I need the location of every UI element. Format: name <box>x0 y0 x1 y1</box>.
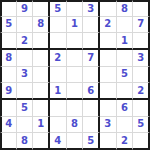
cell-r6c1[interactable]: 9 <box>0 83 17 100</box>
cell-r4c1[interactable]: 8 <box>0 50 17 67</box>
cell-r2c5[interactable]: 1 <box>67 17 84 34</box>
cell-r7c2[interactable]: 5 <box>17 100 34 117</box>
cell-r6c2[interactable] <box>17 83 34 100</box>
cell-r7c5[interactable] <box>67 100 84 117</box>
cell-r5c3[interactable] <box>33 67 50 84</box>
cell-r2c7[interactable]: 2 <box>100 17 117 34</box>
cell-r7c6[interactable] <box>83 100 100 117</box>
cell-r8c1[interactable]: 4 <box>0 117 17 134</box>
cell-r4c5[interactable] <box>67 50 84 67</box>
cell-r1c3[interactable] <box>33 0 50 17</box>
cell-r6c4[interactable]: 1 <box>50 83 67 100</box>
cell-r1c1[interactable] <box>0 0 17 17</box>
cell-r6c3[interactable] <box>33 83 50 100</box>
cell-r8c6[interactable] <box>83 117 100 134</box>
cell-r9c2[interactable]: 8 <box>17 133 34 150</box>
cell-r4c4[interactable]: 2 <box>50 50 67 67</box>
cell-r3c5[interactable] <box>67 33 84 50</box>
cell-r2c8[interactable] <box>117 17 134 34</box>
cell-r6c6[interactable]: 6 <box>83 83 100 100</box>
cell-r7c3[interactable] <box>33 100 50 117</box>
cell-r7c4[interactable] <box>50 100 67 117</box>
cell-r9c3[interactable] <box>33 133 50 150</box>
cell-r9c7[interactable] <box>100 133 117 150</box>
cell-r5c9[interactable] <box>133 67 150 84</box>
cell-r4c7[interactable] <box>100 50 117 67</box>
cell-r5c2[interactable]: 3 <box>17 67 34 84</box>
cell-r1c5[interactable] <box>67 0 84 17</box>
cell-r1c9[interactable] <box>133 0 150 17</box>
cell-r6c8[interactable] <box>117 83 134 100</box>
cell-r8c3[interactable]: 1 <box>33 117 50 134</box>
cell-r8c4[interactable] <box>50 117 67 134</box>
cell-r9c1[interactable] <box>0 133 17 150</box>
cell-r8c9[interactable]: 5 <box>133 117 150 134</box>
cell-r4c9[interactable]: 3 <box>133 50 150 67</box>
cell-r9c9[interactable] <box>133 133 150 150</box>
sudoku-board: 95385812721827335916256418358452 <box>0 0 150 150</box>
cell-r2c4[interactable] <box>50 17 67 34</box>
cell-r9c6[interactable]: 5 <box>83 133 100 150</box>
cell-r3c1[interactable] <box>0 33 17 50</box>
cell-r3c6[interactable] <box>83 33 100 50</box>
cell-r2c1[interactable]: 5 <box>0 17 17 34</box>
cell-r1c4[interactable]: 5 <box>50 0 67 17</box>
cell-r3c4[interactable] <box>50 33 67 50</box>
cell-r5c4[interactable] <box>50 67 67 84</box>
cell-r4c2[interactable] <box>17 50 34 67</box>
cell-r4c8[interactable] <box>117 50 134 67</box>
cell-r5c5[interactable] <box>67 67 84 84</box>
cell-r1c8[interactable]: 8 <box>117 0 134 17</box>
cell-r5c1[interactable] <box>0 67 17 84</box>
cell-r3c7[interactable] <box>100 33 117 50</box>
cell-r8c2[interactable] <box>17 117 34 134</box>
cell-r2c6[interactable] <box>83 17 100 34</box>
cell-r7c7[interactable] <box>100 100 117 117</box>
cell-r2c3[interactable]: 8 <box>33 17 50 34</box>
cell-r8c8[interactable] <box>117 117 134 134</box>
cell-r5c6[interactable] <box>83 67 100 84</box>
cell-r7c1[interactable] <box>0 100 17 117</box>
cell-r5c8[interactable]: 5 <box>117 67 134 84</box>
cell-r4c6[interactable]: 7 <box>83 50 100 67</box>
cell-r4c3[interactable] <box>33 50 50 67</box>
cell-r3c8[interactable]: 1 <box>117 33 134 50</box>
cell-r2c9[interactable]: 7 <box>133 17 150 34</box>
cell-r8c7[interactable]: 3 <box>100 117 117 134</box>
cell-r2c2[interactable] <box>17 17 34 34</box>
cell-r7c8[interactable]: 6 <box>117 100 134 117</box>
cell-r9c5[interactable] <box>67 133 84 150</box>
cell-r3c2[interactable]: 2 <box>17 33 34 50</box>
cell-r7c9[interactable] <box>133 100 150 117</box>
cell-r1c7[interactable] <box>100 0 117 17</box>
cell-r6c7[interactable] <box>100 83 117 100</box>
cell-r5c7[interactable] <box>100 67 117 84</box>
cell-r6c5[interactable] <box>67 83 84 100</box>
cell-r9c4[interactable]: 4 <box>50 133 67 150</box>
cell-r6c9[interactable]: 2 <box>133 83 150 100</box>
cell-r8c5[interactable]: 8 <box>67 117 84 134</box>
cell-r9c8[interactable]: 2 <box>117 133 134 150</box>
cell-r1c6[interactable]: 3 <box>83 0 100 17</box>
cell-r1c2[interactable]: 9 <box>17 0 34 17</box>
cell-r3c3[interactable] <box>33 33 50 50</box>
cell-r3c9[interactable] <box>133 33 150 50</box>
